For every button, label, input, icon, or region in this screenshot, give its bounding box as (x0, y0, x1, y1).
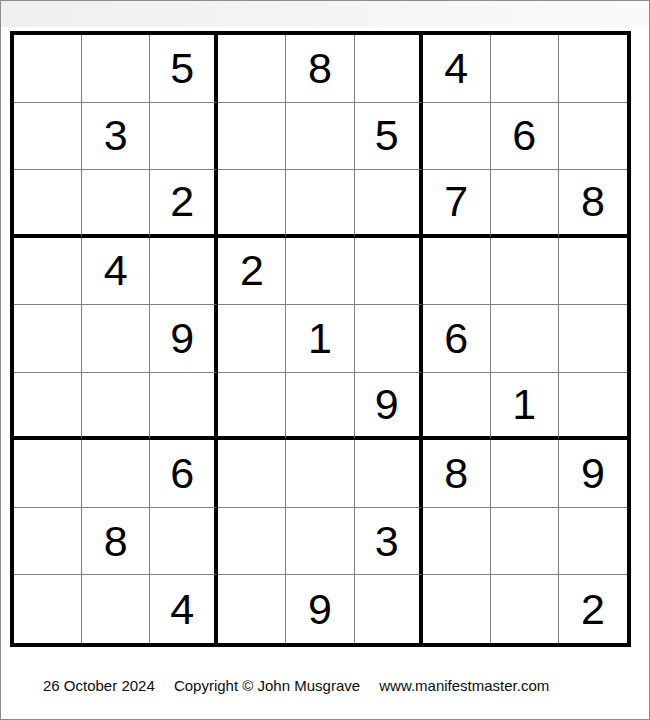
cell-r1c5: 8 (286, 35, 354, 103)
cell-r9c4 (218, 575, 286, 643)
footer: 26 October 2024 Copyright © John Musgrav… (43, 677, 549, 695)
cell-r5c3: 9 (150, 305, 218, 373)
cell-r6c5 (286, 373, 354, 441)
cell-r5c2 (82, 305, 150, 373)
cell-r8c3 (150, 508, 218, 576)
cell-r3c4 (218, 170, 286, 238)
footer-website: www.manifestmaster.com (379, 677, 549, 694)
cell-r8c4 (218, 508, 286, 576)
cell-r4c8 (491, 238, 559, 306)
cell-r9c7 (423, 575, 491, 643)
cell-r9c9: 2 (559, 575, 627, 643)
cell-r3c3: 2 (150, 170, 218, 238)
footer-date: 26 October 2024 (43, 677, 155, 694)
cell-r7c4 (218, 440, 286, 508)
cell-r9c6 (355, 575, 423, 643)
cell-r2c5 (286, 103, 354, 171)
cell-r9c2 (82, 575, 150, 643)
cell-r7c3: 6 (150, 440, 218, 508)
cell-r4c4: 2 (218, 238, 286, 306)
cell-r6c2 (82, 373, 150, 441)
cell-r8c1 (14, 508, 82, 576)
cell-r5c9 (559, 305, 627, 373)
cell-r3c1 (14, 170, 82, 238)
cell-r8c9 (559, 508, 627, 576)
footer-copyright: Copyright © John Musgrave (174, 677, 360, 694)
cell-r2c7 (423, 103, 491, 171)
cell-r5c1 (14, 305, 82, 373)
cell-r2c6: 5 (355, 103, 423, 171)
cell-r4c7 (423, 238, 491, 306)
cell-r9c1 (14, 575, 82, 643)
cell-r5c5: 1 (286, 305, 354, 373)
cell-r6c8: 1 (491, 373, 559, 441)
cell-r7c2 (82, 440, 150, 508)
header-bar (1, 1, 649, 27)
cell-r6c9 (559, 373, 627, 441)
cell-r7c8 (491, 440, 559, 508)
cell-r5c7: 6 (423, 305, 491, 373)
cell-r1c4 (218, 35, 286, 103)
cell-r7c9: 9 (559, 440, 627, 508)
cell-r7c6 (355, 440, 423, 508)
cell-r8c2: 8 (82, 508, 150, 576)
cell-r1c3: 5 (150, 35, 218, 103)
cell-r8c8 (491, 508, 559, 576)
cell-r9c8 (491, 575, 559, 643)
cell-r3c7: 7 (423, 170, 491, 238)
cell-r2c8: 6 (491, 103, 559, 171)
cell-r4c3 (150, 238, 218, 306)
cell-r2c3 (150, 103, 218, 171)
cell-r1c2 (82, 35, 150, 103)
cell-r3c8 (491, 170, 559, 238)
sudoku-board: 584356278429169168983492 (10, 31, 631, 647)
cell-r2c2: 3 (82, 103, 150, 171)
cell-r9c5: 9 (286, 575, 354, 643)
puzzle-page: 584356278429169168983492 26 October 2024… (0, 0, 650, 720)
cell-r5c4 (218, 305, 286, 373)
cell-r4c9 (559, 238, 627, 306)
cell-r6c6: 9 (355, 373, 423, 441)
cell-r9c3: 4 (150, 575, 218, 643)
cell-r2c1 (14, 103, 82, 171)
cell-r1c7: 4 (423, 35, 491, 103)
cell-r4c5 (286, 238, 354, 306)
cell-r2c9 (559, 103, 627, 171)
cell-r5c6 (355, 305, 423, 373)
cell-r1c6 (355, 35, 423, 103)
cell-r7c1 (14, 440, 82, 508)
cell-r3c2 (82, 170, 150, 238)
cell-r2c4 (218, 103, 286, 171)
cell-r3c5 (286, 170, 354, 238)
cell-r1c1 (14, 35, 82, 103)
cell-r1c9 (559, 35, 627, 103)
cell-r8c7 (423, 508, 491, 576)
cell-r7c5 (286, 440, 354, 508)
cell-r8c6: 3 (355, 508, 423, 576)
cell-r6c7 (423, 373, 491, 441)
cell-r3c6 (355, 170, 423, 238)
cell-r4c2: 4 (82, 238, 150, 306)
cell-r4c1 (14, 238, 82, 306)
cell-r8c5 (286, 508, 354, 576)
cell-r6c3 (150, 373, 218, 441)
cell-r5c8 (491, 305, 559, 373)
cell-r6c4 (218, 373, 286, 441)
cell-r6c1 (14, 373, 82, 441)
cell-r3c9: 8 (559, 170, 627, 238)
cell-r1c8 (491, 35, 559, 103)
cell-r4c6 (355, 238, 423, 306)
cell-r7c7: 8 (423, 440, 491, 508)
